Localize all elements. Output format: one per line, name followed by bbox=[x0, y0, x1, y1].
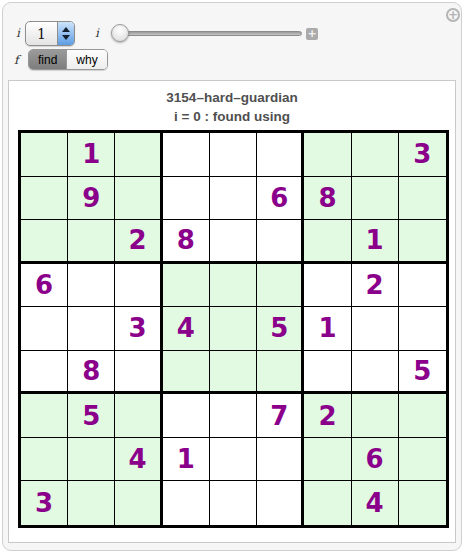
cell-r5c9 bbox=[399, 307, 446, 351]
cell-r1c4 bbox=[163, 133, 210, 177]
manipulate-window: + i 1 i + f find why 3154–hard–guardian … bbox=[0, 0, 465, 553]
puzzle-subtitle: i = 0 : found using bbox=[9, 109, 455, 124]
cell-r4c9 bbox=[399, 264, 446, 308]
function-setter-bar: find why bbox=[28, 49, 108, 70]
cell-r8c5 bbox=[210, 438, 257, 482]
cell-r8c8: 6 bbox=[352, 438, 399, 482]
cell-r1c9: 3 bbox=[399, 133, 446, 177]
why-button[interactable]: why bbox=[66, 50, 106, 69]
cell-r6c5 bbox=[210, 351, 257, 395]
cell-r2c1 bbox=[21, 177, 68, 221]
cell-r9c2 bbox=[68, 481, 115, 525]
cell-r9c5 bbox=[210, 481, 257, 525]
cell-r8c2 bbox=[68, 438, 115, 482]
cell-r3c9 bbox=[399, 220, 446, 264]
slider-track[interactable] bbox=[114, 31, 302, 36]
find-button[interactable]: find bbox=[29, 50, 66, 69]
cell-r6c4 bbox=[163, 351, 210, 395]
cell-r6c3 bbox=[115, 351, 162, 395]
cell-r2c4 bbox=[163, 177, 210, 221]
sudoku-grid: 139682816234518557241634 bbox=[18, 130, 449, 528]
cell-r6c8 bbox=[352, 351, 399, 395]
cell-r5c2 bbox=[68, 307, 115, 351]
cell-r1c1 bbox=[21, 133, 68, 177]
arrow-up-icon bbox=[62, 27, 70, 32]
cell-r1c8 bbox=[352, 133, 399, 177]
cell-r4c1: 6 bbox=[21, 264, 68, 308]
cell-r5c8 bbox=[352, 307, 399, 351]
cell-r5c7: 1 bbox=[304, 307, 351, 351]
cell-r3c8: 1 bbox=[352, 220, 399, 264]
cell-r3c4: 8 bbox=[163, 220, 210, 264]
cell-r4c7 bbox=[304, 264, 351, 308]
cell-r9c4 bbox=[163, 481, 210, 525]
popup-label: i bbox=[16, 26, 20, 40]
popup-value: 1 bbox=[26, 22, 57, 45]
cell-r3c6 bbox=[257, 220, 304, 264]
cell-r9c3 bbox=[115, 481, 162, 525]
manipulate-expand-icon[interactable]: + bbox=[446, 8, 460, 22]
cell-r4c5 bbox=[210, 264, 257, 308]
i-slider[interactable] bbox=[111, 22, 305, 44]
cell-r8c9 bbox=[399, 438, 446, 482]
cell-r6c1 bbox=[21, 351, 68, 395]
cell-r1c6 bbox=[257, 133, 304, 177]
setter-label: f bbox=[14, 53, 18, 67]
cell-r7c9 bbox=[399, 394, 446, 438]
cell-r3c3: 2 bbox=[115, 220, 162, 264]
cell-r5c4: 4 bbox=[163, 307, 210, 351]
cell-r6c9: 5 bbox=[399, 351, 446, 395]
cell-r2c5 bbox=[210, 177, 257, 221]
cell-r2c9 bbox=[399, 177, 446, 221]
cell-r2c3 bbox=[115, 177, 162, 221]
cell-r8c3: 4 bbox=[115, 438, 162, 482]
cell-r3c1 bbox=[21, 220, 68, 264]
stepper-arrows-icon[interactable] bbox=[57, 22, 74, 45]
iteration-popup-menu[interactable]: 1 bbox=[25, 21, 75, 46]
cell-r1c7 bbox=[304, 133, 351, 177]
cell-r3c5 bbox=[210, 220, 257, 264]
cell-r3c7 bbox=[304, 220, 351, 264]
cell-r9c8: 4 bbox=[352, 481, 399, 525]
cell-r8c4: 1 bbox=[163, 438, 210, 482]
slider-label: i bbox=[95, 26, 99, 40]
cell-r2c6: 6 bbox=[257, 177, 304, 221]
cell-r1c3 bbox=[115, 133, 162, 177]
cell-r9c7 bbox=[304, 481, 351, 525]
cell-r3c2 bbox=[68, 220, 115, 264]
cell-r7c4 bbox=[163, 394, 210, 438]
cell-r8c1 bbox=[21, 438, 68, 482]
cell-r4c2 bbox=[68, 264, 115, 308]
cell-r2c8 bbox=[352, 177, 399, 221]
cell-r7c6: 7 bbox=[257, 394, 304, 438]
cell-r7c2: 5 bbox=[68, 394, 115, 438]
cell-r7c5 bbox=[210, 394, 257, 438]
cell-r2c2: 9 bbox=[68, 177, 115, 221]
cell-r6c2: 8 bbox=[68, 351, 115, 395]
cell-r1c2: 1 bbox=[68, 133, 115, 177]
cell-r9c1: 3 bbox=[21, 481, 68, 525]
cell-r4c6 bbox=[257, 264, 304, 308]
cell-r5c6: 5 bbox=[257, 307, 304, 351]
cell-r8c6 bbox=[257, 438, 304, 482]
cell-r7c1 bbox=[21, 394, 68, 438]
cell-r4c3 bbox=[115, 264, 162, 308]
cell-r7c3 bbox=[115, 394, 162, 438]
arrow-down-icon bbox=[62, 35, 70, 40]
puzzle-title: 3154–hard–guardian bbox=[9, 90, 455, 105]
cell-r6c7 bbox=[304, 351, 351, 395]
cell-r8c7 bbox=[304, 438, 351, 482]
cell-r9c6 bbox=[257, 481, 304, 525]
cell-r4c8: 2 bbox=[352, 264, 399, 308]
cell-r6c6 bbox=[257, 351, 304, 395]
cell-r7c8 bbox=[352, 394, 399, 438]
cell-r2c7: 8 bbox=[304, 177, 351, 221]
slider-expand-button[interactable]: + bbox=[306, 28, 318, 40]
cell-r1c5 bbox=[210, 133, 257, 177]
slider-thumb[interactable] bbox=[111, 24, 129, 42]
cell-r5c5 bbox=[210, 307, 257, 351]
cell-r4c4 bbox=[163, 264, 210, 308]
cell-r5c1 bbox=[21, 307, 68, 351]
display-panel: 3154–hard–guardian i = 0 : found using 1… bbox=[8, 80, 456, 543]
cell-r9c9 bbox=[399, 481, 446, 525]
cell-r5c3: 3 bbox=[115, 307, 162, 351]
cell-r7c7: 2 bbox=[304, 394, 351, 438]
